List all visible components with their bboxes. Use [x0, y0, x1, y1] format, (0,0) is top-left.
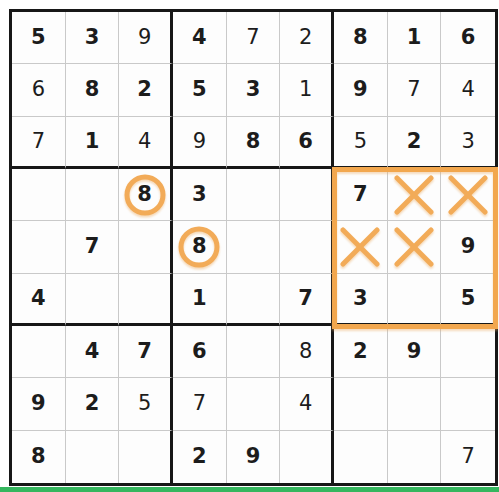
cell-r9c5[interactable]: 9: [227, 431, 281, 483]
cell-digit: 7: [32, 131, 45, 152]
cell-r1c5[interactable]: 7: [227, 12, 281, 64]
cell-digit: 2: [85, 393, 100, 414]
cell-r2c1[interactable]: 6: [12, 64, 66, 116]
cell-r7c7[interactable]: 2: [334, 326, 388, 378]
cell-r9c3[interactable]: [119, 431, 173, 483]
cell-r6c6[interactable]: 7: [280, 274, 334, 326]
cell-r5c9[interactable]: 9: [441, 221, 495, 273]
cell-digit: 7: [193, 393, 206, 414]
cell-digit: 3: [461, 131, 474, 152]
cell-r7c9[interactable]: [441, 326, 495, 378]
cell-r8c3[interactable]: 5: [119, 378, 173, 430]
cell-digit: 6: [192, 341, 207, 362]
cell-digit: 2: [407, 131, 422, 152]
x-mark-icon: [445, 173, 491, 217]
cell-r8c5[interactable]: [227, 378, 281, 430]
cell-r8c1[interactable]: 9: [12, 378, 66, 430]
cell-r8c4[interactable]: 7: [173, 378, 227, 430]
cell-digit: 2: [353, 341, 368, 362]
cell-digit: 4: [192, 27, 207, 48]
cell-digit: 2: [137, 79, 152, 100]
cell-r9c7[interactable]: [334, 431, 388, 483]
cell-digit: 7: [137, 341, 152, 362]
cell-digit: 3: [246, 79, 261, 100]
cell-digit: 4: [31, 288, 46, 309]
cell-r6c1[interactable]: 4: [12, 274, 66, 326]
cell-r6c5[interactable]: [227, 274, 281, 326]
cell-r5c6[interactable]: [280, 221, 334, 273]
cell-digit: 8: [137, 184, 152, 205]
cell-digit: 1: [192, 288, 207, 309]
cell-r6c7[interactable]: 3: [334, 274, 388, 326]
cell-r9c2[interactable]: [66, 431, 120, 483]
cell-digit: 6: [32, 79, 45, 100]
cell-r7c8[interactable]: 9: [388, 326, 442, 378]
cell-digit: 7: [85, 236, 100, 257]
cell-r7c6[interactable]: 8: [280, 326, 334, 378]
cell-r8c8[interactable]: [388, 378, 442, 430]
cell-r9c8[interactable]: [388, 431, 442, 483]
cell-r2c5[interactable]: 3: [227, 64, 281, 116]
cell-digit: 8: [299, 341, 312, 362]
cell-digit: 4: [138, 131, 151, 152]
cell-r4c4[interactable]: 3: [173, 169, 227, 221]
cell-r3c5[interactable]: 8: [227, 117, 281, 169]
cell-digit: 7: [246, 27, 259, 48]
cell-digit: 5: [461, 288, 476, 309]
cell-digit: 9: [353, 79, 368, 100]
cell-digit: 4: [299, 393, 312, 414]
cell-digit: 5: [354, 131, 367, 152]
cell-digit: 5: [31, 27, 46, 48]
sudoku-screen: 5394728166825319747149865238377894173547…: [0, 0, 499, 492]
cell-r4c2[interactable]: [66, 169, 120, 221]
cell-r4c9[interactable]: [441, 169, 495, 221]
cell-r1c3[interactable]: 9: [119, 12, 173, 64]
cell-digit: 7: [353, 184, 368, 205]
cell-r5c4[interactable]: 8: [173, 221, 227, 273]
cell-r2c2[interactable]: 8: [66, 64, 120, 116]
cell-r5c2[interactable]: 7: [66, 221, 120, 273]
cell-r2c8[interactable]: 7: [388, 64, 442, 116]
cell-digit: 1: [299, 79, 312, 100]
cell-r9c9[interactable]: 7: [441, 431, 495, 483]
cell-r1c4[interactable]: 4: [173, 12, 227, 64]
cell-digit: 3: [192, 184, 207, 205]
cell-r2c7[interactable]: 9: [334, 64, 388, 116]
cell-digit: 1: [85, 131, 100, 152]
cell-r8c9[interactable]: [441, 378, 495, 430]
cell-r9c1[interactable]: 8: [12, 431, 66, 483]
cell-r2c3[interactable]: 2: [119, 64, 173, 116]
cell-digit: 9: [31, 393, 46, 414]
cell-r1c1[interactable]: 5: [12, 12, 66, 64]
cell-r5c7[interactable]: [334, 221, 388, 273]
cell-digit: 9: [407, 341, 422, 362]
x-mark-icon: [391, 173, 437, 217]
sudoku-board: 5394728166825319747149865238377894173547…: [9, 9, 498, 486]
cell-r5c3[interactable]: [119, 221, 173, 273]
cell-r6c9[interactable]: 5: [441, 274, 495, 326]
cell-r1c7[interactable]: 8: [334, 12, 388, 64]
cell-r8c6[interactable]: 4: [280, 378, 334, 430]
cell-r3c2[interactable]: 1: [66, 117, 120, 169]
cell-digit: 7: [461, 446, 474, 467]
cell-r2c6[interactable]: 1: [280, 64, 334, 116]
cell-r3c1[interactable]: 7: [12, 117, 66, 169]
cell-digit: 9: [461, 236, 476, 257]
cell-r1c2[interactable]: 3: [66, 12, 120, 64]
cell-digit: 3: [353, 288, 368, 309]
cell-r6c8[interactable]: [388, 274, 442, 326]
cell-digit: 9: [138, 27, 151, 48]
cell-r7c4[interactable]: 6: [173, 326, 227, 378]
cell-r4c8[interactable]: [388, 169, 442, 221]
cell-digit: 9: [193, 131, 206, 152]
cell-r8c7[interactable]: [334, 378, 388, 430]
cell-r6c4[interactable]: 1: [173, 274, 227, 326]
cell-digit: 2: [299, 27, 312, 48]
cell-r1c9[interactable]: 6: [441, 12, 495, 64]
cell-r1c6[interactable]: 2: [280, 12, 334, 64]
cell-digit: 8: [353, 27, 368, 48]
cell-digit: 8: [192, 236, 207, 257]
cell-r7c5[interactable]: [227, 326, 281, 378]
cell-r2c4[interactable]: 5: [173, 64, 227, 116]
cell-r4c7[interactable]: 7: [334, 169, 388, 221]
cell-digit: 6: [298, 131, 313, 152]
cell-r7c2[interactable]: 4: [66, 326, 120, 378]
cell-r4c5[interactable]: [227, 169, 281, 221]
cell-digit: 4: [85, 341, 100, 362]
bottom-green-bar: [0, 487, 499, 492]
cell-digit: 2: [192, 446, 207, 467]
cell-r3c9[interactable]: 3: [441, 117, 495, 169]
cell-digit: 5: [192, 79, 207, 100]
cell-r3c6[interactable]: 6: [280, 117, 334, 169]
cell-r5c8[interactable]: [388, 221, 442, 273]
cell-r3c4[interactable]: 9: [173, 117, 227, 169]
cell-r5c1[interactable]: [12, 221, 66, 273]
cell-r3c3[interactable]: 4: [119, 117, 173, 169]
x-mark-icon: [337, 225, 383, 269]
cell-digit: 1: [407, 27, 422, 48]
cell-r6c3[interactable]: [119, 274, 173, 326]
cell-r8c2[interactable]: 2: [66, 378, 120, 430]
cell-digit: 4: [461, 79, 474, 100]
cell-digit: 7: [298, 288, 313, 309]
cell-r1c8[interactable]: 1: [388, 12, 442, 64]
cell-r3c8[interactable]: 2: [388, 117, 442, 169]
cell-digit: 8: [246, 131, 261, 152]
cell-r7c1[interactable]: [12, 326, 66, 378]
cell-r4c6[interactable]: [280, 169, 334, 221]
cell-r2c9[interactable]: 4: [441, 64, 495, 116]
cell-digit: 8: [85, 79, 100, 100]
cell-r9c4[interactable]: 2: [173, 431, 227, 483]
cell-r4c1[interactable]: [12, 169, 66, 221]
cell-r9c6[interactable]: [280, 431, 334, 483]
cell-digit: 3: [85, 27, 100, 48]
cell-r3c7[interactable]: 5: [334, 117, 388, 169]
cell-digit: 5: [138, 393, 151, 414]
cell-r6c2[interactable]: [66, 274, 120, 326]
cell-digit: 9: [246, 446, 261, 467]
cell-digit: 8: [31, 446, 46, 467]
cell-r5c5[interactable]: [227, 221, 281, 273]
cell-digit: 6: [461, 27, 476, 48]
x-mark-icon: [391, 225, 437, 269]
cell-r4c3[interactable]: 8: [119, 169, 173, 221]
cell-r7c3[interactable]: 7: [119, 326, 173, 378]
cell-digit: 7: [407, 79, 420, 100]
